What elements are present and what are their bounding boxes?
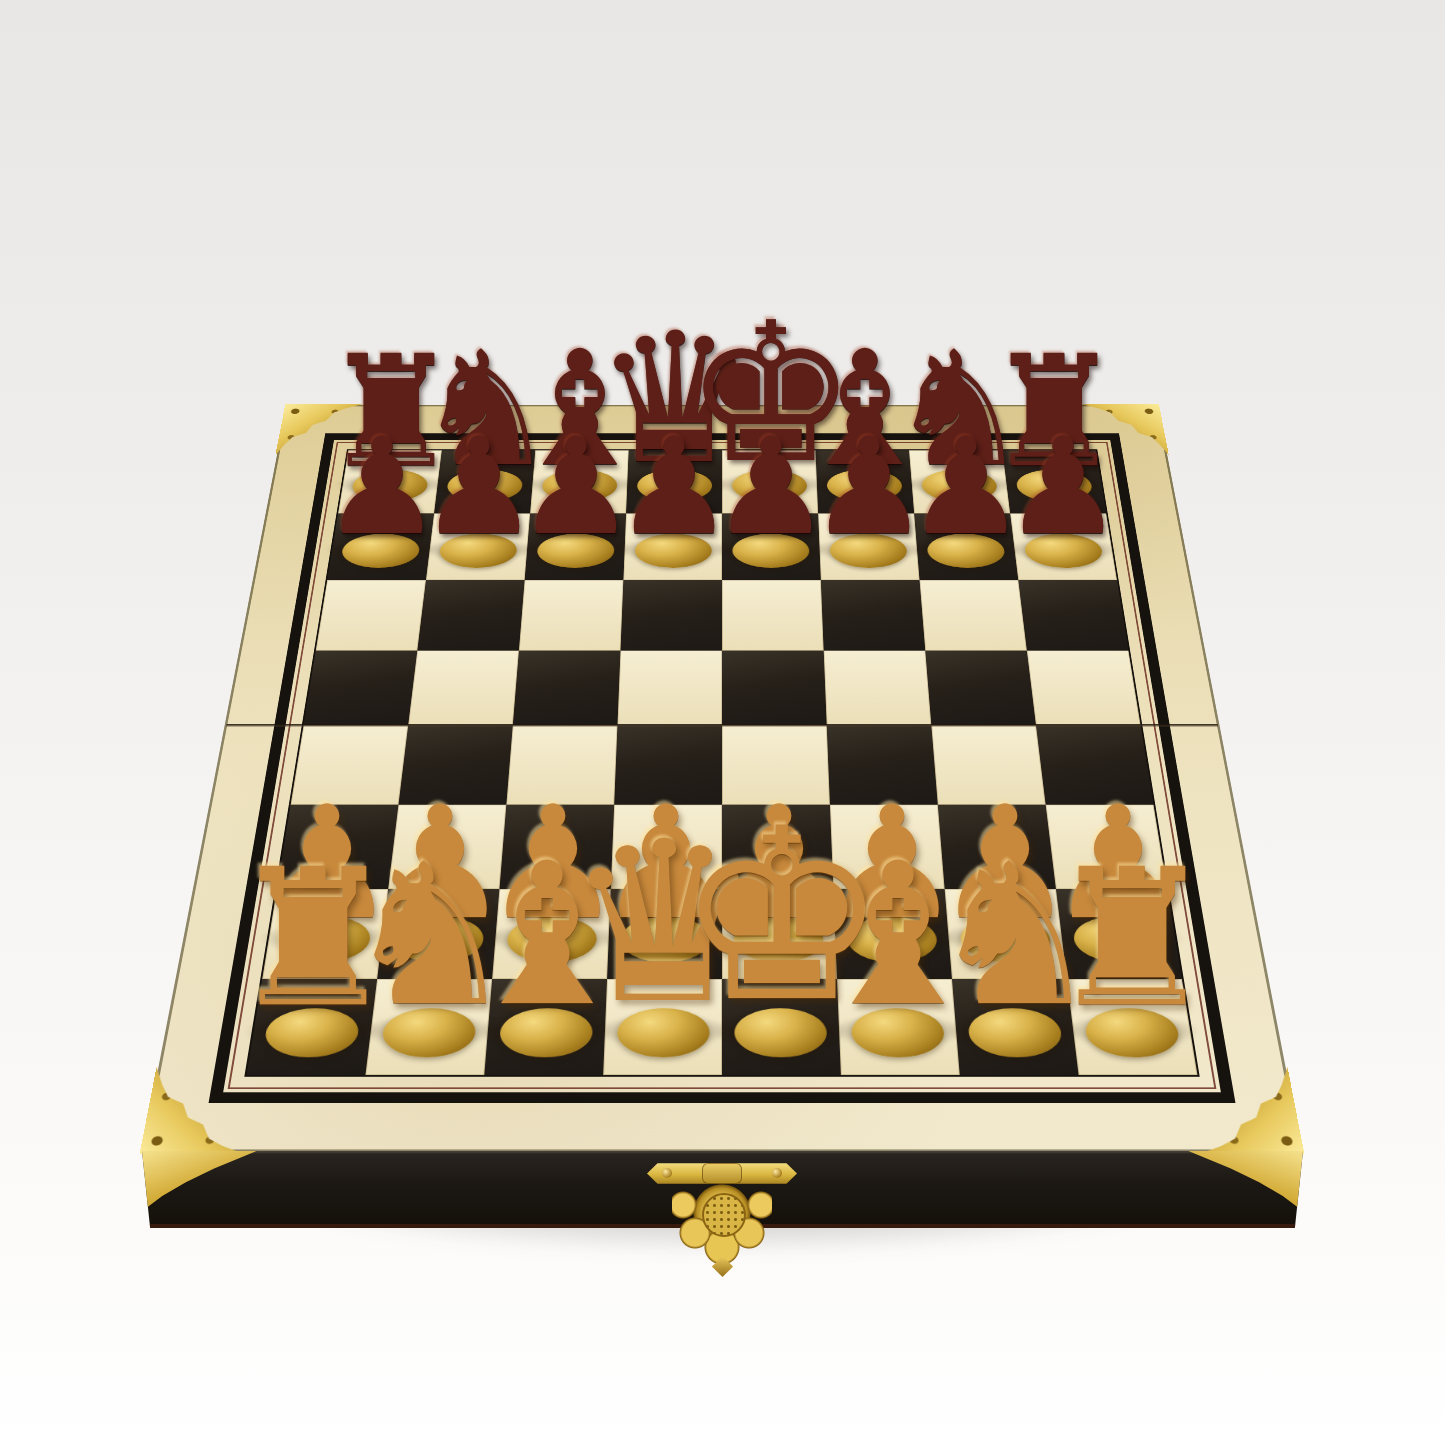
clasp-screw-right <box>772 1168 782 1178</box>
clasp-hinge-knuckle <box>702 1163 742 1184</box>
clasp-screw-left <box>662 1168 672 1178</box>
gold-clasp <box>622 1152 822 1287</box>
clasp-pendant <box>672 1183 772 1283</box>
chess-board <box>142 405 1302 1152</box>
photo-background: ♜♞♝♛♚♝♞♜♟♟♟♟♟♟♟♟♟♟♟♟♟♟♟♟♜♞♝♛♚♝♞♜ <box>0 0 1445 1445</box>
piece-flat-layer <box>142 405 1302 1152</box>
brass-corner-cap-side-right <box>1186 1150 1304 1212</box>
brass-corner-cap-side-left <box>141 1150 259 1212</box>
